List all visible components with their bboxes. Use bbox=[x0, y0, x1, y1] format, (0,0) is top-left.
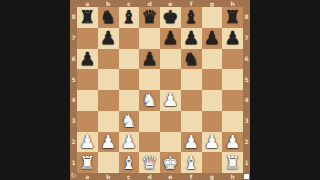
square-b5[interactable] bbox=[98, 69, 119, 90]
piece-black-queen[interactable]: ♛ bbox=[142, 8, 158, 26]
file-label-top-e: e bbox=[160, 0, 181, 7]
file-label-bottom-e: e bbox=[160, 173, 181, 180]
board-corner-top-right bbox=[243, 0, 250, 7]
file-label-top-a: a bbox=[77, 0, 98, 7]
square-b3[interactable] bbox=[98, 111, 119, 132]
piece-white-rook[interactable]: ♜ bbox=[225, 153, 241, 171]
piece-white-pawn[interactable]: ♟ bbox=[162, 91, 178, 109]
piece-white-knight[interactable]: ♞ bbox=[142, 91, 158, 109]
chess-board: abcdefgh 87654321 ♜♞♝♛♚♝♜♟♟♟♟♟♟♟♞♞♟♞♟♟♟♟… bbox=[70, 0, 250, 180]
square-a7[interactable] bbox=[77, 28, 98, 49]
rank-label-left-1: 1 bbox=[70, 152, 77, 173]
rank-label-left-6: 6 bbox=[70, 49, 77, 70]
square-g5[interactable] bbox=[202, 69, 223, 90]
square-h1[interactable]: ♜ bbox=[222, 152, 243, 173]
piece-white-queen[interactable]: ♛ bbox=[142, 153, 158, 171]
square-h5[interactable] bbox=[222, 69, 243, 90]
file-label-top-h: h bbox=[222, 0, 243, 7]
square-c8[interactable]: ♝ bbox=[119, 7, 140, 28]
square-b6[interactable] bbox=[98, 49, 119, 70]
piece-black-king[interactable]: ♚ bbox=[162, 8, 178, 26]
piece-black-knight[interactable]: ♞ bbox=[100, 8, 116, 26]
file-label-top-b: b bbox=[98, 0, 119, 7]
piece-black-pawn[interactable]: ♟ bbox=[142, 49, 158, 67]
square-g2[interactable]: ♟ bbox=[202, 132, 223, 153]
square-e3[interactable] bbox=[160, 111, 181, 132]
square-d8[interactable]: ♛ bbox=[139, 7, 160, 28]
square-c6[interactable] bbox=[119, 49, 140, 70]
square-b4[interactable] bbox=[98, 90, 119, 111]
square-g4[interactable] bbox=[202, 90, 223, 111]
square-h7[interactable]: ♟ bbox=[222, 28, 243, 49]
piece-white-pawn[interactable]: ♟ bbox=[204, 132, 220, 150]
square-c4[interactable] bbox=[119, 90, 140, 111]
square-c1[interactable]: ♝ bbox=[119, 152, 140, 173]
square-g3[interactable] bbox=[202, 111, 223, 132]
square-d1[interactable]: ♛ bbox=[139, 152, 160, 173]
square-h6[interactable] bbox=[222, 49, 243, 70]
square-f2[interactable]: ♟ bbox=[181, 132, 202, 153]
piece-white-pawn[interactable]: ♟ bbox=[183, 132, 199, 150]
piece-black-pawn[interactable]: ♟ bbox=[204, 29, 220, 47]
square-g7[interactable]: ♟ bbox=[202, 28, 223, 49]
square-a4[interactable] bbox=[77, 90, 98, 111]
piece-black-bishop[interactable]: ♝ bbox=[183, 8, 199, 26]
square-e1[interactable]: ♚ bbox=[160, 152, 181, 173]
square-f6[interactable]: ♞ bbox=[181, 49, 202, 70]
piece-white-knight[interactable]: ♞ bbox=[121, 112, 137, 130]
board-corner-bottom-right bbox=[243, 173, 250, 180]
square-g6[interactable] bbox=[202, 49, 223, 70]
square-h4[interactable] bbox=[222, 90, 243, 111]
square-f7[interactable]: ♟ bbox=[181, 28, 202, 49]
piece-white-king[interactable]: ♚ bbox=[162, 153, 178, 171]
square-d2[interactable] bbox=[139, 132, 160, 153]
square-b7[interactable]: ♟ bbox=[98, 28, 119, 49]
square-d4[interactable]: ♞ bbox=[139, 90, 160, 111]
piece-black-pawn[interactable]: ♟ bbox=[225, 29, 241, 47]
piece-white-rook[interactable]: ♜ bbox=[79, 153, 95, 171]
file-label-top-g: g bbox=[202, 0, 223, 7]
board-squares: ♜♞♝♛♚♝♜♟♟♟♟♟♟♟♞♞♟♞♟♟♟♟♟♟♜♝♛♚♝♜ bbox=[77, 7, 243, 173]
file-label-top-c: c bbox=[119, 0, 140, 7]
square-b1[interactable] bbox=[98, 152, 119, 173]
rank-label-right-7: 7 bbox=[243, 28, 250, 49]
file-label-bottom-c: c bbox=[119, 173, 140, 180]
rank-label-left-5: 5 bbox=[70, 69, 77, 90]
file-label-top-d: d bbox=[139, 0, 160, 7]
rank-label-left-3: 3 bbox=[70, 111, 77, 132]
piece-black-pawn[interactable]: ♟ bbox=[162, 29, 178, 47]
rank-labels-right: 87654321 bbox=[243, 7, 250, 173]
piece-black-pawn[interactable]: ♟ bbox=[79, 49, 95, 67]
square-b2[interactable]: ♟ bbox=[98, 132, 119, 153]
square-a2[interactable]: ♟ bbox=[77, 132, 98, 153]
rank-label-left-2: 2 bbox=[70, 132, 77, 153]
square-e4[interactable]: ♟ bbox=[160, 90, 181, 111]
square-g8[interactable] bbox=[202, 7, 223, 28]
square-e8[interactable]: ♚ bbox=[160, 7, 181, 28]
square-a6[interactable]: ♟ bbox=[77, 49, 98, 70]
square-f4[interactable] bbox=[181, 90, 202, 111]
square-f1[interactable]: ♝ bbox=[181, 152, 202, 173]
square-d7[interactable] bbox=[139, 28, 160, 49]
square-c2[interactable]: ♟ bbox=[119, 132, 140, 153]
rank-label-left-7: 7 bbox=[70, 28, 77, 49]
rank-label-right-8: 8 bbox=[243, 7, 250, 28]
piece-black-rook[interactable]: ♜ bbox=[79, 8, 95, 26]
board-corner-bottom-left: ↻ bbox=[70, 173, 77, 180]
piece-white-pawn[interactable]: ♟ bbox=[100, 132, 116, 150]
file-label-bottom-f: f bbox=[181, 173, 202, 180]
piece-white-bishop[interactable]: ♝ bbox=[183, 153, 199, 171]
square-h2[interactable]: ♟ bbox=[222, 132, 243, 153]
white-to-move-indicator bbox=[244, 174, 249, 179]
square-e7[interactable]: ♟ bbox=[160, 28, 181, 49]
rank-label-left-8: 8 bbox=[70, 7, 77, 28]
square-a1[interactable]: ♜ bbox=[77, 152, 98, 173]
file-label-bottom-d: d bbox=[139, 173, 160, 180]
square-f3[interactable] bbox=[181, 111, 202, 132]
square-e5[interactable] bbox=[160, 69, 181, 90]
piece-black-rook[interactable]: ♜ bbox=[225, 8, 241, 26]
square-b8[interactable]: ♞ bbox=[98, 7, 119, 28]
square-c3[interactable]: ♞ bbox=[119, 111, 140, 132]
square-d3[interactable] bbox=[139, 111, 160, 132]
rank-label-right-1: 1 bbox=[243, 152, 250, 173]
square-c7[interactable] bbox=[119, 28, 140, 49]
piece-white-pawn[interactable]: ♟ bbox=[121, 132, 137, 150]
piece-black-pawn[interactable]: ♟ bbox=[183, 29, 199, 47]
square-g1[interactable] bbox=[202, 152, 223, 173]
square-h8[interactable]: ♜ bbox=[222, 7, 243, 28]
piece-black-pawn[interactable]: ♟ bbox=[100, 29, 116, 47]
rank-labels-left: 87654321 bbox=[70, 7, 77, 173]
piece-black-bishop[interactable]: ♝ bbox=[121, 8, 137, 26]
flip-board-icon[interactable]: ↻ bbox=[71, 173, 77, 180]
square-d6[interactable]: ♟ bbox=[139, 49, 160, 70]
file-label-bottom-b: b bbox=[98, 173, 119, 180]
square-d5[interactable] bbox=[139, 69, 160, 90]
rank-label-right-5: 5 bbox=[243, 69, 250, 90]
rank-label-left-4: 4 bbox=[70, 90, 77, 111]
piece-white-pawn[interactable]: ♟ bbox=[79, 132, 95, 150]
square-f5[interactable] bbox=[181, 69, 202, 90]
file-label-top-f: f bbox=[181, 0, 202, 7]
square-e6[interactable] bbox=[160, 49, 181, 70]
rank-label-right-6: 6 bbox=[243, 49, 250, 70]
piece-white-bishop[interactable]: ♝ bbox=[121, 153, 137, 171]
board-corner-top-left bbox=[70, 0, 77, 7]
file-label-bottom-h: h bbox=[222, 173, 243, 180]
square-c5[interactable] bbox=[119, 69, 140, 90]
square-a3[interactable] bbox=[77, 111, 98, 132]
rank-label-right-3: 3 bbox=[243, 111, 250, 132]
square-e2[interactable] bbox=[160, 132, 181, 153]
square-f8[interactable]: ♝ bbox=[181, 7, 202, 28]
rank-label-right-4: 4 bbox=[243, 90, 250, 111]
piece-white-pawn[interactable]: ♟ bbox=[225, 132, 241, 150]
page-background: abcdefgh 87654321 ♜♞♝♛♚♝♜♟♟♟♟♟♟♟♞♞♟♞♟♟♟♟… bbox=[0, 0, 320, 180]
rank-label-right-2: 2 bbox=[243, 132, 250, 153]
file-labels-top: abcdefgh bbox=[77, 0, 243, 7]
file-label-bottom-a: a bbox=[77, 173, 98, 180]
square-a5[interactable] bbox=[77, 69, 98, 90]
square-h3[interactable] bbox=[222, 111, 243, 132]
piece-black-knight[interactable]: ♞ bbox=[183, 49, 199, 67]
file-labels-bottom: abcdefgh bbox=[77, 173, 243, 180]
square-a8[interactable]: ♜ bbox=[77, 7, 98, 28]
file-label-bottom-g: g bbox=[202, 173, 223, 180]
